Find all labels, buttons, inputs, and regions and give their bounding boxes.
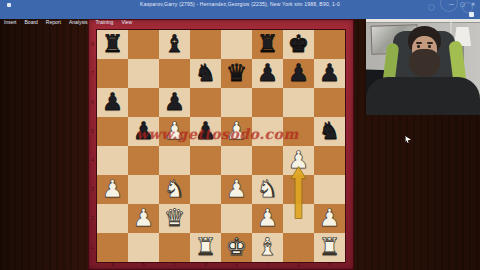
menu-item-training[interactable]: Training	[96, 18, 114, 27]
piece-white-r[interactable]: ♜	[314, 233, 345, 262]
rank-label-1: 1	[88, 233, 97, 262]
menu-item-report[interactable]: Report	[46, 18, 61, 27]
file-label-d: d	[190, 262, 221, 269]
square-b8[interactable]	[128, 30, 159, 59]
piece-white-p[interactable]: ♟	[283, 146, 314, 175]
piece-black-p[interactable]: ♟	[314, 59, 345, 88]
chess-board-frame: 87654321 abcdefgh ♜♝♜♚♞♛♟♟♟♟♟♟♟♟♟♞♟♟♞♟♞♟…	[88, 19, 354, 270]
square-c4[interactable]	[159, 146, 190, 175]
piece-black-n[interactable]: ♞	[190, 59, 221, 88]
rank-label-4: 4	[88, 146, 97, 175]
piece-white-p[interactable]: ♟	[128, 204, 159, 233]
square-g8[interactable]: ♚	[283, 30, 314, 59]
square-h7[interactable]: ♟	[314, 59, 345, 88]
piece-black-p[interactable]: ♟	[159, 88, 190, 117]
square-c2[interactable]: ♛	[159, 204, 190, 233]
rank-label-3: 3	[88, 175, 97, 204]
menu-bar: InsertBoardReportAnalysisTrainingView	[0, 10, 480, 19]
menu-item-analysis[interactable]: Analysis	[69, 18, 88, 27]
file-label-c: c	[159, 262, 190, 269]
square-h5[interactable]: ♞	[314, 117, 345, 146]
square-c1[interactable]	[159, 233, 190, 262]
square-f7[interactable]: ♟	[252, 59, 283, 88]
square-d6[interactable]	[190, 88, 221, 117]
square-c5[interactable]: ♟	[159, 117, 190, 146]
piece-black-p[interactable]: ♟	[97, 88, 128, 117]
square-e5[interactable]: ♟	[221, 117, 252, 146]
piece-black-r[interactable]: ♜	[252, 30, 283, 59]
square-b4[interactable]	[128, 146, 159, 175]
square-e2[interactable]	[221, 204, 252, 233]
file-label-g: g	[283, 262, 314, 269]
square-e7[interactable]: ♛	[221, 59, 252, 88]
square-g3[interactable]	[283, 175, 314, 204]
square-e1[interactable]: ♚	[221, 233, 252, 262]
rank-label-6: 6	[88, 88, 97, 117]
square-d4[interactable]	[190, 146, 221, 175]
piece-white-n[interactable]: ♞	[159, 175, 190, 204]
square-d5[interactable]: ♟	[190, 117, 221, 146]
square-h2[interactable]: ♟	[314, 204, 345, 233]
square-d2[interactable]	[190, 204, 221, 233]
square-a3[interactable]: ♟	[97, 175, 128, 204]
piece-black-b[interactable]: ♝	[159, 30, 190, 59]
piece-white-p[interactable]: ♟	[159, 117, 190, 146]
piece-black-p[interactable]: ♟	[283, 59, 314, 88]
rank-label-5: 5	[88, 117, 97, 146]
square-g7[interactable]: ♟	[283, 59, 314, 88]
square-f2[interactable]: ♟	[252, 204, 283, 233]
square-a4[interactable]	[97, 146, 128, 175]
menu-item-board[interactable]: Board	[25, 18, 38, 27]
cam-person-eye	[417, 45, 420, 48]
rank-labels: 87654321	[88, 30, 97, 262]
piece-white-p[interactable]: ♟	[221, 117, 252, 146]
board-squares: ♜♝♜♚♞♛♟♟♟♟♟♟♟♟♟♞♟♟♞♟♞♟♛♟♟♜♚♝♜	[97, 30, 345, 262]
cam-person-eyebrow	[427, 42, 433, 44]
square-a2[interactable]	[97, 204, 128, 233]
square-f1[interactable]: ♝	[252, 233, 283, 262]
piece-black-k[interactable]: ♚	[283, 30, 314, 59]
title-bar: Kasparov,Garry (2795) - Hernandez,Georgi…	[0, 0, 480, 10]
rank-label-8: 8	[88, 30, 97, 59]
square-a7[interactable]	[97, 59, 128, 88]
square-a6[interactable]: ♟	[97, 88, 128, 117]
piece-black-p[interactable]: ♟	[128, 117, 159, 146]
square-c6[interactable]: ♟	[159, 88, 190, 117]
mouse-cursor	[405, 136, 411, 143]
file-label-h: h	[314, 262, 345, 269]
file-label-f: f	[252, 262, 283, 269]
file-label-b: b	[128, 262, 159, 269]
square-h4[interactable]	[314, 146, 345, 175]
square-b2[interactable]: ♟	[128, 204, 159, 233]
settings-icon[interactable]	[469, 12, 474, 17]
piece-white-p[interactable]: ♟	[314, 204, 345, 233]
square-g5[interactable]	[283, 117, 314, 146]
webcam-video	[366, 15, 480, 115]
piece-black-r[interactable]: ♜	[97, 30, 128, 59]
square-h1[interactable]: ♜	[314, 233, 345, 262]
square-e8[interactable]	[221, 30, 252, 59]
square-d8[interactable]	[190, 30, 221, 59]
piece-white-p[interactable]: ♟	[221, 175, 252, 204]
menu-item-insert[interactable]: Insert	[4, 18, 17, 27]
cam-person-body	[366, 77, 480, 115]
square-f5[interactable]	[252, 117, 283, 146]
rank-label-7: 7	[88, 59, 97, 88]
piece-white-n[interactable]: ♞	[252, 175, 283, 204]
square-a1[interactable]	[97, 233, 128, 262]
square-h3[interactable]	[314, 175, 345, 204]
square-e3[interactable]: ♟	[221, 175, 252, 204]
square-f8[interactable]: ♜	[252, 30, 283, 59]
square-f4[interactable]	[252, 146, 283, 175]
piece-black-p[interactable]: ♟	[190, 117, 221, 146]
piece-white-q[interactable]: ♛	[159, 204, 190, 233]
file-labels: abcdefgh	[97, 262, 345, 269]
square-c8[interactable]: ♝	[159, 30, 190, 59]
menu-item-view[interactable]: View	[121, 18, 132, 27]
square-e6[interactable]	[221, 88, 252, 117]
square-b1[interactable]	[128, 233, 159, 262]
piece-black-n[interactable]: ♞	[314, 117, 345, 146]
piece-white-p[interactable]: ♟	[252, 204, 283, 233]
square-a8[interactable]: ♜	[97, 30, 128, 59]
piece-white-k[interactable]: ♚	[221, 233, 252, 262]
file-label-a: a	[97, 262, 128, 269]
piece-black-q[interactable]: ♛	[221, 59, 252, 88]
square-c3[interactable]: ♞	[159, 175, 190, 204]
window-title: Kasparov,Garry (2795) - Hernandez,Georgi…	[0, 1, 480, 7]
cam-person-beard	[409, 49, 440, 77]
square-g6[interactable]	[283, 88, 314, 117]
square-d1[interactable]: ♜	[190, 233, 221, 262]
square-a5[interactable]	[97, 117, 128, 146]
square-b7[interactable]	[128, 59, 159, 88]
square-g1[interactable]	[283, 233, 314, 262]
piece-white-b[interactable]: ♝	[252, 233, 283, 262]
square-b6[interactable]	[128, 88, 159, 117]
square-h8[interactable]	[314, 30, 345, 59]
rank-label-2: 2	[88, 204, 97, 233]
square-d7[interactable]: ♞	[190, 59, 221, 88]
square-e4[interactable]	[221, 146, 252, 175]
square-g4[interactable]: ♟	[283, 146, 314, 175]
square-b3[interactable]	[128, 175, 159, 204]
square-b5[interactable]: ♟	[128, 117, 159, 146]
titlebar-decoration	[428, 4, 435, 11]
square-h6[interactable]	[314, 88, 345, 117]
cam-person-eye	[428, 45, 431, 48]
square-d3[interactable]	[190, 175, 221, 204]
cam-person-eyebrow	[416, 42, 422, 44]
square-f6[interactable]	[252, 88, 283, 117]
square-g2[interactable]	[283, 204, 314, 233]
file-label-e: e	[221, 262, 252, 269]
square-c7[interactable]	[159, 59, 190, 88]
piece-white-r[interactable]: ♜	[190, 233, 221, 262]
piece-black-p[interactable]: ♟	[252, 59, 283, 88]
piece-white-p[interactable]: ♟	[97, 175, 128, 204]
square-f3[interactable]: ♞	[252, 175, 283, 204]
